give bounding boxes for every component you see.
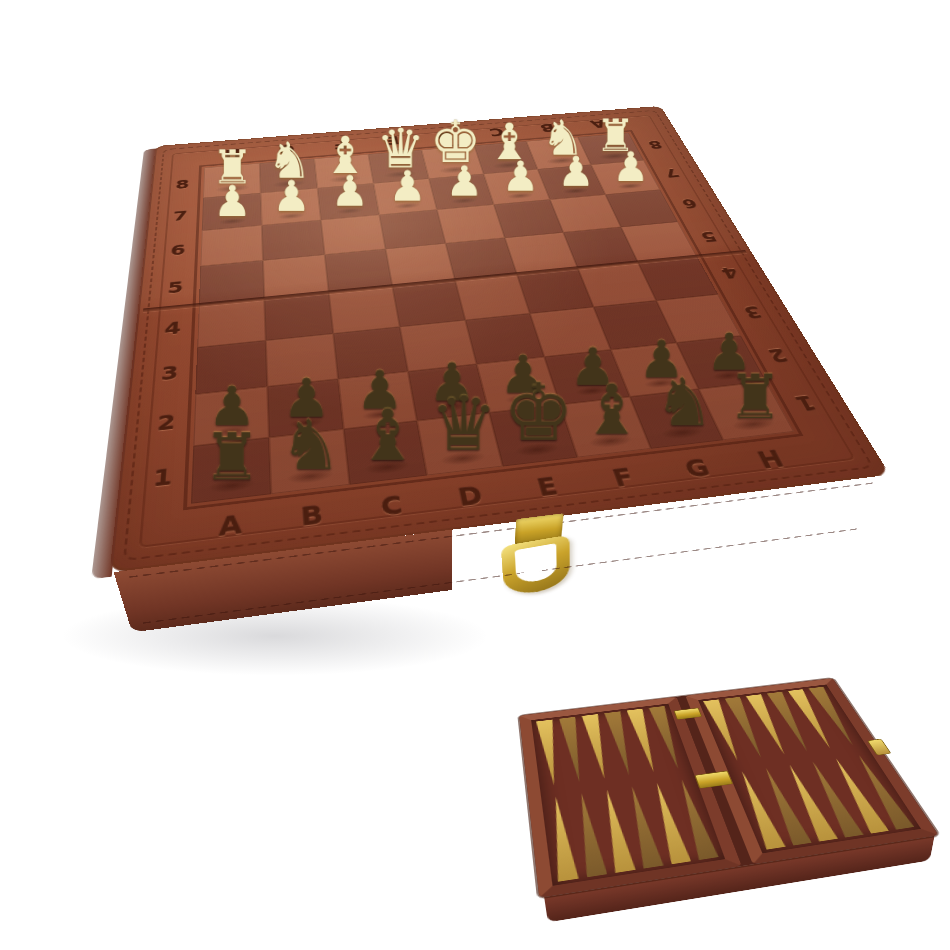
backgammon-point [734,770,786,850]
chess-box: ♜♞♝♛♚♝♞♜♟♟♟♟♟♟♟♟♟♟♟♟♟♟♟♟♜♞♝♛♚♝♞♜ AHBGCFD… [110,106,890,573]
backgammon-point [536,720,563,787]
point-row [734,754,915,849]
square-c1[interactable]: ♝ [344,421,427,485]
chess-box-scene: ♜♞♝♛♚♝♞♜♟♟♟♟♟♟♟♟♟♟♟♟♟♟♟♟♜♞♝♛♚♝♞♜ AHBGCFD… [0,0,950,720]
piece-white-pawn[interactable]: ♟ [501,155,538,197]
backgammon-point [781,764,838,842]
backgammon-point [828,757,889,833]
piece-black-knight[interactable]: ♞ [279,411,341,480]
square-g5[interactable] [563,227,638,268]
square-d6[interactable] [379,210,445,249]
piece-white-pawn[interactable]: ♟ [330,170,368,212]
piece-white-pawn[interactable]: ♟ [445,160,483,202]
backgammon-point [851,754,914,829]
piece-white-pawn[interactable]: ♟ [272,175,310,218]
square-b1[interactable]: ♞ [269,429,350,494]
point-row [703,687,860,762]
square-a6[interactable] [200,225,263,266]
piece-black-knight[interactable]: ♞ [654,370,713,436]
piece-white-pawn[interactable]: ♟ [213,180,251,223]
backgammon-point [623,785,663,868]
backgammon-point [805,760,864,837]
backgammon-point [758,767,812,846]
backgammon-point [598,789,636,873]
backgammon-point [788,689,838,749]
point-row [536,706,686,787]
backgammon-point [648,782,691,865]
backgammon-point [572,792,607,877]
square-a1[interactable]: ♜ [191,438,271,504]
product-photo: ♜♞♝♛♚♝♞♜♟♟♟♟♟♟♟♟♟♟♟♟♟♟♟♟♜♞♝♛♚♝♞♜ AHBGCFD… [0,0,950,950]
square-d7[interactable]: ♟ [374,179,437,215]
backgammon-point [673,778,719,860]
piece-black-king[interactable]: ♚ [502,374,573,453]
piece-white-pawn[interactable]: ♟ [557,151,594,192]
square-e4[interactable] [455,274,530,320]
clasp-ring-icon[interactable] [501,534,570,597]
backgammon-point [767,692,815,753]
backgammon-point [547,796,579,882]
piece-black-rook[interactable]: ♜ [202,425,260,490]
backgammon-point [559,717,588,783]
piece-black-bishop[interactable]: ♝ [580,375,642,444]
piece-black-queen[interactable]: ♛ [429,387,496,462]
square-e6[interactable] [437,205,505,244]
point-row [547,778,719,881]
backgammon-point [582,714,613,780]
square-c4[interactable] [329,286,400,333]
square-b4[interactable] [264,292,333,340]
piece-black-bishop[interactable]: ♝ [355,400,419,471]
piece-black-rook[interactable]: ♜ [727,367,782,428]
square-a4[interactable] [197,299,266,348]
piece-white-pawn[interactable]: ♟ [388,165,426,207]
square-c6[interactable] [321,215,386,255]
